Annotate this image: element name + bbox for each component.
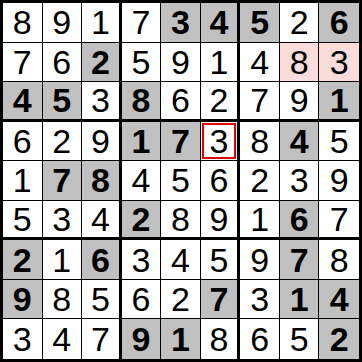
cell-r7c1[interactable]: 2 [3,240,43,280]
cell-r2c2[interactable]: 6 [43,43,83,83]
cell-r1c5[interactable]: 3 [161,3,201,43]
cell-r3c1[interactable]: 4 [3,82,43,122]
cell-r8c7[interactable]: 3 [240,280,280,320]
cell-r1c6[interactable]: 4 [201,3,241,43]
cell-r5c6[interactable]: 6 [201,161,241,201]
cell-r7c6[interactable]: 5 [201,240,241,280]
cell-r8c3[interactable]: 5 [82,280,122,320]
cell-r7c2[interactable]: 1 [43,240,83,280]
cell-r6c8[interactable]: 6 [280,201,320,241]
cell-r5c5[interactable]: 5 [161,161,201,201]
cell-r4c2[interactable]: 2 [43,122,83,162]
cell-r8c9[interactable]: 4 [319,280,359,320]
cell-r7c9[interactable]: 8 [319,240,359,280]
cell-r6c1[interactable]: 5 [3,201,43,241]
cell-r3c9[interactable]: 1 [319,82,359,122]
cell-r7c8[interactable]: 7 [280,240,320,280]
cell-r3c6[interactable]: 2 [201,82,241,122]
cell-r2c1[interactable]: 7 [3,43,43,83]
cell-r8c4[interactable]: 6 [122,280,162,320]
cell-r7c5[interactable]: 4 [161,240,201,280]
cell-r4c6[interactable]: 3 [201,122,241,162]
cell-r5c9[interactable]: 9 [319,161,359,201]
cell-r1c4[interactable]: 7 [122,3,162,43]
cell-r3c7[interactable]: 7 [240,82,280,122]
cell-r4c9[interactable]: 5 [319,122,359,162]
cell-r2c3[interactable]: 2 [82,43,122,83]
cell-r3c5[interactable]: 6 [161,82,201,122]
cell-r2c7[interactable]: 4 [240,43,280,83]
cell-r9c3[interactable]: 7 [82,319,122,359]
cell-r2c4[interactable]: 5 [122,43,162,83]
cell-r1c3[interactable]: 1 [82,3,122,43]
cell-r8c8[interactable]: 1 [280,280,320,320]
cell-r4c5[interactable]: 7 [161,122,201,162]
cell-r6c7[interactable]: 1 [240,201,280,241]
cell-r7c4[interactable]: 3 [122,240,162,280]
cell-r9c2[interactable]: 4 [43,319,83,359]
cell-r6c4[interactable]: 2 [122,201,162,241]
cell-r2c8[interactable]: 8 [280,43,320,83]
cell-r6c3[interactable]: 4 [82,201,122,241]
cell-r3c2[interactable]: 5 [43,82,83,122]
cell-r1c8[interactable]: 2 [280,3,320,43]
cell-r2c5[interactable]: 9 [161,43,201,83]
cell-r9c1[interactable]: 3 [3,319,43,359]
cell-r1c7[interactable]: 5 [240,3,280,43]
cell-r5c1[interactable]: 1 [3,161,43,201]
sudoku-board: 8917345267625914834538627916291738451784… [0,0,362,362]
cell-r3c4[interactable]: 8 [122,82,162,122]
cell-r4c4[interactable]: 1 [122,122,162,162]
cell-r5c7[interactable]: 2 [240,161,280,201]
cell-r3c3[interactable]: 3 [82,82,122,122]
cell-r3c8[interactable]: 9 [280,82,320,122]
cell-r8c1[interactable]: 9 [3,280,43,320]
cell-r2c6[interactable]: 1 [201,43,241,83]
cell-r8c5[interactable]: 2 [161,280,201,320]
cell-r7c3[interactable]: 6 [82,240,122,280]
cell-r8c2[interactable]: 8 [43,280,83,320]
cell-r4c8[interactable]: 4 [280,122,320,162]
cell-r4c7[interactable]: 8 [240,122,280,162]
cell-r6c2[interactable]: 3 [43,201,83,241]
cell-r5c8[interactable]: 3 [280,161,320,201]
cell-r1c9[interactable]: 6 [319,3,359,43]
cell-r4c3[interactable]: 9 [82,122,122,162]
cell-r6c9[interactable]: 7 [319,201,359,241]
cell-r8c6[interactable]: 7 [201,280,241,320]
selection-indicator [202,123,237,160]
cell-r5c2[interactable]: 7 [43,161,83,201]
cell-r7c7[interactable]: 9 [240,240,280,280]
cell-r5c3[interactable]: 8 [82,161,122,201]
cell-r1c2[interactable]: 9 [43,3,83,43]
cell-r2c9[interactable]: 3 [319,43,359,83]
cell-r6c6[interactable]: 9 [201,201,241,241]
cell-r4c1[interactable]: 6 [3,122,43,162]
cell-r9c4[interactable]: 9 [122,319,162,359]
cell-r9c5[interactable]: 1 [161,319,201,359]
cell-r9c8[interactable]: 5 [280,319,320,359]
cell-r1c1[interactable]: 8 [3,3,43,43]
cell-r9c7[interactable]: 6 [240,319,280,359]
cell-r9c6[interactable]: 8 [201,319,241,359]
cell-r9c9[interactable]: 2 [319,319,359,359]
cell-r6c5[interactable]: 8 [161,201,201,241]
cell-r5c4[interactable]: 4 [122,161,162,201]
